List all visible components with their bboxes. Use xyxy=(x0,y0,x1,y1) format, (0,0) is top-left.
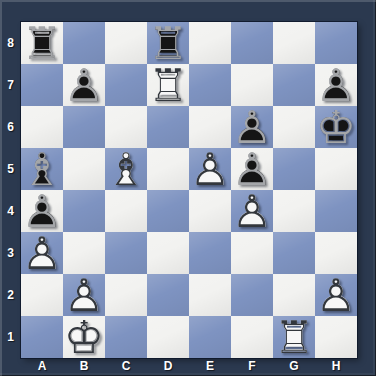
piece-white-bishop[interactable]: ♝♗ xyxy=(105,148,147,190)
square-f4[interactable]: ♟♙ xyxy=(231,190,273,232)
square-e8[interactable] xyxy=(189,22,231,64)
square-b8[interactable] xyxy=(63,22,105,64)
square-a6[interactable] xyxy=(21,106,63,148)
square-a4[interactable]: ♟♙ xyxy=(21,190,63,232)
square-e1[interactable] xyxy=(189,316,231,358)
rook-line-glyph: ♖ xyxy=(273,316,315,358)
square-c3[interactable] xyxy=(105,232,147,274)
square-d5[interactable] xyxy=(147,148,189,190)
square-a7[interactable] xyxy=(21,64,63,106)
square-c1[interactable] xyxy=(105,316,147,358)
square-b5[interactable] xyxy=(63,148,105,190)
square-d3[interactable] xyxy=(147,232,189,274)
square-h1[interactable] xyxy=(315,316,357,358)
piece-black-king[interactable]: ♚♔ xyxy=(315,106,357,148)
square-e5[interactable]: ♟♙ xyxy=(189,148,231,190)
piece-white-pawn[interactable]: ♟♙ xyxy=(63,274,105,316)
rank-label-3: 3 xyxy=(0,232,21,274)
square-a5[interactable]: ♝♗ xyxy=(21,148,63,190)
square-b1[interactable]: ♚♔ xyxy=(63,316,105,358)
rank-label-2: 2 xyxy=(0,274,21,316)
square-b7[interactable]: ♟♙ xyxy=(63,64,105,106)
file-label-d: D xyxy=(147,358,189,376)
piece-white-pawn[interactable]: ♟♙ xyxy=(189,148,231,190)
square-h7[interactable]: ♟♙ xyxy=(315,64,357,106)
square-d2[interactable] xyxy=(147,274,189,316)
piece-white-rook[interactable]: ♜♖ xyxy=(147,64,189,106)
square-e3[interactable] xyxy=(189,232,231,274)
square-f6[interactable]: ♟♙ xyxy=(231,106,273,148)
square-a3[interactable]: ♟♙ xyxy=(21,232,63,274)
file-label-a: A xyxy=(21,358,63,376)
square-e7[interactable] xyxy=(189,64,231,106)
square-h4[interactable] xyxy=(315,190,357,232)
square-c7[interactable] xyxy=(105,64,147,106)
rank-label-7: 7 xyxy=(0,64,21,106)
pawn-line-glyph: ♙ xyxy=(21,190,63,232)
rook-line-glyph: ♖ xyxy=(21,22,63,64)
piece-white-rook[interactable]: ♜♖ xyxy=(273,316,315,358)
pawn-line-glyph: ♙ xyxy=(315,64,357,106)
pawn-line-glyph: ♙ xyxy=(231,190,273,232)
pawn-line-glyph: ♙ xyxy=(21,232,63,274)
pawn-line-glyph: ♙ xyxy=(63,274,105,316)
bishop-line-glyph: ♗ xyxy=(105,148,147,190)
square-c2[interactable] xyxy=(105,274,147,316)
pawn-line-glyph: ♙ xyxy=(315,274,357,316)
piece-black-pawn[interactable]: ♟♙ xyxy=(63,64,105,106)
rank-label-4: 4 xyxy=(0,190,21,232)
square-g2[interactable] xyxy=(273,274,315,316)
square-f3[interactable] xyxy=(231,232,273,274)
piece-white-pawn[interactable]: ♟♙ xyxy=(21,232,63,274)
square-g3[interactable] xyxy=(273,232,315,274)
square-h3[interactable] xyxy=(315,232,357,274)
square-c4[interactable] xyxy=(105,190,147,232)
square-b4[interactable] xyxy=(63,190,105,232)
king-line-glyph: ♔ xyxy=(63,316,105,358)
square-c8[interactable] xyxy=(105,22,147,64)
rook-line-glyph: ♖ xyxy=(147,64,189,106)
pawn-line-glyph: ♙ xyxy=(231,106,273,148)
piece-black-rook[interactable]: ♜♖ xyxy=(21,22,63,64)
square-c6[interactable] xyxy=(105,106,147,148)
square-d4[interactable] xyxy=(147,190,189,232)
board-frame: ♜♖♜♖♟♙♜♖♟♙♟♙♚♔♝♗♝♗♟♙♟♙♟♙♟♙♟♙♟♙♟♙♚♔♜♖ 876… xyxy=(0,0,376,376)
piece-black-pawn[interactable]: ♟♙ xyxy=(231,106,273,148)
square-f5[interactable]: ♟♙ xyxy=(231,148,273,190)
file-label-c: C xyxy=(105,358,147,376)
rank-label-1: 1 xyxy=(0,316,21,358)
square-b3[interactable] xyxy=(63,232,105,274)
square-d6[interactable] xyxy=(147,106,189,148)
square-g8[interactable] xyxy=(273,22,315,64)
square-e6[interactable] xyxy=(189,106,231,148)
square-g4[interactable] xyxy=(273,190,315,232)
square-a8[interactable]: ♜♖ xyxy=(21,22,63,64)
square-h2[interactable]: ♟♙ xyxy=(315,274,357,316)
king-line-glyph: ♔ xyxy=(315,106,357,148)
square-h6[interactable]: ♚♔ xyxy=(315,106,357,148)
piece-black-bishop[interactable]: ♝♗ xyxy=(21,148,63,190)
piece-black-pawn[interactable]: ♟♙ xyxy=(21,190,63,232)
pawn-line-glyph: ♙ xyxy=(231,148,273,190)
pawn-line-glyph: ♙ xyxy=(189,148,231,190)
rank-label-5: 5 xyxy=(0,148,21,190)
square-e4[interactable] xyxy=(189,190,231,232)
square-g6[interactable] xyxy=(273,106,315,148)
square-g1[interactable]: ♜♖ xyxy=(273,316,315,358)
square-d8[interactable]: ♜♖ xyxy=(147,22,189,64)
square-b2[interactable]: ♟♙ xyxy=(63,274,105,316)
piece-white-pawn[interactable]: ♟♙ xyxy=(315,274,357,316)
pawn-line-glyph: ♙ xyxy=(63,64,105,106)
square-a1[interactable] xyxy=(21,316,63,358)
piece-black-pawn[interactable]: ♟♙ xyxy=(231,148,273,190)
square-f7[interactable] xyxy=(231,64,273,106)
square-f8[interactable] xyxy=(231,22,273,64)
square-h5[interactable] xyxy=(315,148,357,190)
rook-line-glyph: ♖ xyxy=(147,22,189,64)
square-h8[interactable] xyxy=(315,22,357,64)
square-e2[interactable] xyxy=(189,274,231,316)
file-label-e: E xyxy=(189,358,231,376)
square-b6[interactable] xyxy=(63,106,105,148)
square-d1[interactable] xyxy=(147,316,189,358)
square-f1[interactable] xyxy=(231,316,273,358)
rank-label-8: 8 xyxy=(0,22,21,64)
square-g7[interactable] xyxy=(273,64,315,106)
piece-white-pawn[interactable]: ♟♙ xyxy=(231,190,273,232)
piece-black-rook[interactable]: ♜♖ xyxy=(147,22,189,64)
square-a2[interactable] xyxy=(21,274,63,316)
square-g5[interactable] xyxy=(273,148,315,190)
rank-label-6: 6 xyxy=(0,106,21,148)
square-d7[interactable]: ♜♖ xyxy=(147,64,189,106)
square-f2[interactable] xyxy=(231,274,273,316)
chess-board: ♜♖♜♖♟♙♜♖♟♙♟♙♚♔♝♗♝♗♟♙♟♙♟♙♟♙♟♙♟♙♟♙♚♔♜♖ xyxy=(21,22,357,358)
file-label-f: F xyxy=(231,358,273,376)
piece-black-pawn[interactable]: ♟♙ xyxy=(315,64,357,106)
file-label-h: H xyxy=(315,358,357,376)
bishop-line-glyph: ♗ xyxy=(21,148,63,190)
piece-white-king[interactable]: ♚♔ xyxy=(63,316,105,358)
square-c5[interactable]: ♝♗ xyxy=(105,148,147,190)
